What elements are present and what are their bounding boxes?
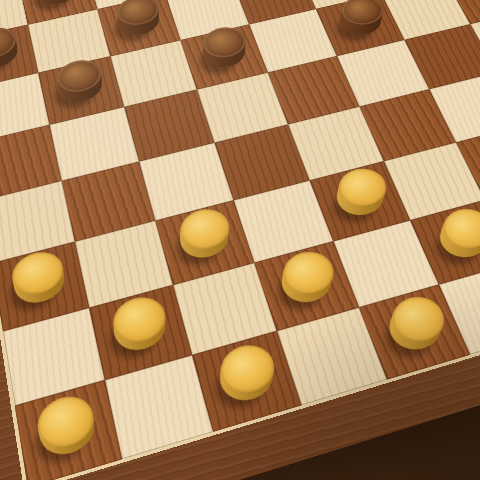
checkers-board	[0, 0, 480, 480]
square-r7c3[interactable]	[277, 307, 387, 405]
dark-piece[interactable]	[0, 38, 21, 76]
dark-piece[interactable]	[34, 0, 80, 12]
light-piece[interactable]	[110, 304, 170, 359]
square-r5c0[interactable]	[0, 242, 89, 332]
light-piece[interactable]	[175, 217, 233, 266]
light-piece[interactable]	[330, 177, 389, 224]
light-piece[interactable]	[214, 351, 278, 410]
square-r7c0[interactable]	[15, 380, 122, 480]
dark-piece[interactable]	[334, 6, 386, 42]
dark-piece[interactable]	[56, 70, 106, 110]
photo-scene	[0, 0, 480, 480]
light-piece[interactable]	[12, 259, 69, 311]
light-piece[interactable]	[432, 217, 480, 266]
playing-surface	[0, 0, 480, 480]
dark-piece[interactable]	[198, 37, 249, 75]
light-piece[interactable]	[37, 401, 100, 464]
dark-piece[interactable]	[114, 7, 162, 43]
light-piece[interactable]	[276, 259, 337, 311]
light-piece[interactable]	[382, 303, 447, 358]
